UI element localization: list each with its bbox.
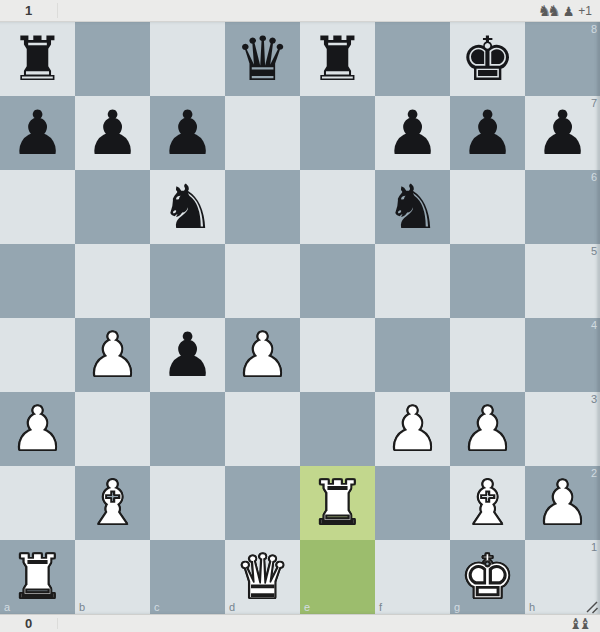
rank-label-2: 2	[591, 468, 597, 479]
bottom-status-bar: 0 ♝♝	[0, 614, 600, 632]
white-pawn[interactable]: ♟	[375, 392, 450, 466]
square-e8[interactable]: ♜	[300, 22, 375, 96]
square-c4[interactable]: ♟	[150, 318, 225, 392]
square-h5[interactable]: 5	[525, 244, 600, 318]
square-d1[interactable]: ♛d	[225, 540, 300, 614]
white-bishop[interactable]: ♝	[75, 466, 150, 540]
square-g4[interactable]	[450, 318, 525, 392]
square-b8[interactable]	[75, 22, 150, 96]
square-e4[interactable]	[300, 318, 375, 392]
black-pawn[interactable]: ♟	[375, 96, 450, 170]
square-c3[interactable]	[150, 392, 225, 466]
square-b6[interactable]	[75, 170, 150, 244]
bottom-captured-pieces: ♝♝	[569, 615, 592, 632]
rank-label-4: 4	[591, 320, 597, 331]
black-pawn[interactable]: ♟	[450, 96, 525, 170]
captured-icons-group: ♞♞♟	[538, 2, 575, 20]
square-a1[interactable]: ♜a	[0, 540, 75, 614]
file-label-h: h	[529, 602, 535, 613]
square-f8[interactable]	[375, 22, 450, 96]
square-f1[interactable]: f	[375, 540, 450, 614]
white-pawn[interactable]: ♟	[75, 318, 150, 392]
top-player-label: 1	[25, 4, 32, 17]
square-e2[interactable]: ♜	[300, 466, 375, 540]
black-pawn[interactable]: ♟	[0, 96, 75, 170]
white-rook[interactable]: ♜	[0, 540, 75, 614]
square-g3[interactable]: ♟	[450, 392, 525, 466]
top-status-bar: 1 ♞♞♟ +1	[0, 0, 600, 22]
square-g5[interactable]	[450, 244, 525, 318]
square-h8[interactable]: 8	[525, 22, 600, 96]
square-f7[interactable]: ♟	[375, 96, 450, 170]
square-h2[interactable]: ♟2	[525, 466, 600, 540]
rank-label-5: 5	[591, 246, 597, 257]
square-h4[interactable]: 4	[525, 318, 600, 392]
square-c1[interactable]: c	[150, 540, 225, 614]
material-score: +1	[578, 5, 592, 17]
square-a3[interactable]: ♟	[0, 392, 75, 466]
bishop-icon: ♝	[579, 615, 592, 632]
square-c5[interactable]	[150, 244, 225, 318]
square-b5[interactable]	[75, 244, 150, 318]
square-f5[interactable]	[375, 244, 450, 318]
captured-icons-group: ♝♝	[569, 615, 592, 632]
square-e5[interactable]	[300, 244, 375, 318]
square-a7[interactable]: ♟	[0, 96, 75, 170]
square-d6[interactable]	[225, 170, 300, 244]
square-c6[interactable]: ♞	[150, 170, 225, 244]
black-pawn[interactable]: ♟	[75, 96, 150, 170]
bottom-player-label: 0	[25, 617, 32, 630]
square-e7[interactable]	[300, 96, 375, 170]
black-knight[interactable]: ♞	[375, 170, 450, 244]
white-pawn[interactable]: ♟	[525, 466, 600, 540]
rank-label-6: 6	[591, 172, 597, 183]
square-g6[interactable]	[450, 170, 525, 244]
black-pawn[interactable]: ♟	[150, 96, 225, 170]
square-f2[interactable]	[375, 466, 450, 540]
black-rook[interactable]: ♜	[0, 22, 75, 96]
rank-label-7: 7	[591, 98, 597, 109]
square-a4[interactable]	[0, 318, 75, 392]
rank-label-3: 3	[591, 394, 597, 405]
square-d3[interactable]	[225, 392, 300, 466]
square-e3[interactable]	[300, 392, 375, 466]
black-pawn[interactable]: ♟	[150, 318, 225, 392]
square-b4[interactable]: ♟	[75, 318, 150, 392]
square-d5[interactable]	[225, 244, 300, 318]
square-a2[interactable]	[0, 466, 75, 540]
square-b2[interactable]: ♝	[75, 466, 150, 540]
square-g8[interactable]: ♚	[450, 22, 525, 96]
black-queen[interactable]: ♛	[225, 22, 300, 96]
file-label-e: e	[304, 602, 310, 613]
white-king[interactable]: ♚	[450, 540, 525, 614]
square-d8[interactable]: ♛	[225, 22, 300, 96]
chess-board[interactable]: ♜♛♜♚8♟♟♟♟♟♟7♞♞65♟♟♟4♟♟♟3♝♜♝♟2♜abc♛def♚g1…	[0, 22, 600, 614]
square-b1[interactable]: b	[75, 540, 150, 614]
white-pawn[interactable]: ♟	[450, 392, 525, 466]
square-d7[interactable]	[225, 96, 300, 170]
file-label-a: a	[4, 602, 10, 613]
square-d4[interactable]: ♟	[225, 318, 300, 392]
square-h3[interactable]: 3	[525, 392, 600, 466]
pawn-icon: ♟	[563, 4, 575, 19]
bottom-bar-divider	[57, 618, 58, 629]
black-king[interactable]: ♚	[450, 22, 525, 96]
square-f3[interactable]: ♟	[375, 392, 450, 466]
white-pawn[interactable]: ♟	[0, 392, 75, 466]
square-g2[interactable]: ♝	[450, 466, 525, 540]
top-captured-pieces: ♞♞♟ +1	[538, 0, 592, 21]
file-label-g: g	[454, 602, 460, 613]
white-pawn[interactable]: ♟	[225, 318, 300, 392]
file-label-b: b	[79, 602, 85, 613]
square-b7[interactable]: ♟	[75, 96, 150, 170]
top-bar-divider	[57, 3, 58, 18]
square-e1[interactable]: e	[300, 540, 375, 614]
rank-label-1: 1	[591, 542, 597, 553]
square-a5[interactable]	[0, 244, 75, 318]
file-label-d: d	[229, 602, 235, 613]
square-f4[interactable]	[375, 318, 450, 392]
square-h6[interactable]: 6	[525, 170, 600, 244]
square-f6[interactable]: ♞	[375, 170, 450, 244]
black-knight[interactable]: ♞	[150, 170, 225, 244]
rank-label-8: 8	[591, 24, 597, 35]
file-label-f: f	[379, 602, 382, 613]
black-rook[interactable]: ♜	[300, 22, 375, 96]
square-c2[interactable]	[150, 466, 225, 540]
file-label-c: c	[154, 602, 160, 613]
black-pawn[interactable]: ♟	[525, 96, 600, 170]
square-a6[interactable]	[0, 170, 75, 244]
square-h7[interactable]: ♟7	[525, 96, 600, 170]
white-bishop[interactable]: ♝	[450, 466, 525, 540]
square-c7[interactable]: ♟	[150, 96, 225, 170]
square-d2[interactable]	[225, 466, 300, 540]
resize-handle-icon[interactable]	[586, 600, 598, 613]
white-queen[interactable]: ♛	[225, 540, 300, 614]
square-c8[interactable]	[150, 22, 225, 96]
square-b3[interactable]	[75, 392, 150, 466]
knight-icon: ♞	[547, 2, 560, 20]
square-a8[interactable]: ♜	[0, 22, 75, 96]
square-g7[interactable]: ♟	[450, 96, 525, 170]
square-e6[interactable]	[300, 170, 375, 244]
square-g1[interactable]: ♚g	[450, 540, 525, 614]
white-rook[interactable]: ♜	[300, 466, 375, 540]
